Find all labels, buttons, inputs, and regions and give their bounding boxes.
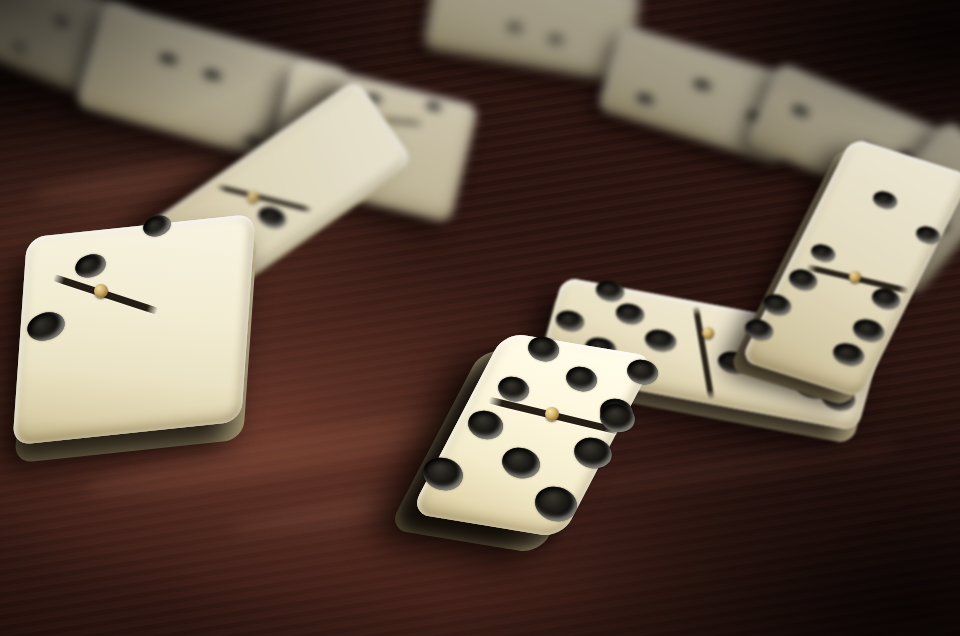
spinner-pin [247, 191, 259, 203]
domino-side-face [119, 89, 406, 332]
pip [563, 363, 599, 394]
domino-side-face [532, 290, 879, 445]
pip [202, 69, 223, 83]
wood-grain-streak [570, 435, 901, 501]
domino-c-receding [0, 0, 960, 636]
domino-slab [12, 213, 255, 445]
pip [594, 278, 626, 303]
divider-line [215, 184, 312, 213]
domino-slab [265, 61, 478, 223]
domino-slab [746, 62, 957, 218]
domino-bg-top-right-1 [0, 0, 960, 636]
domino-side-face [728, 147, 960, 408]
domino-a-open-end [0, 0, 960, 636]
pip [809, 242, 836, 264]
pip [554, 308, 586, 333]
pip [820, 384, 857, 413]
divider-line [488, 397, 619, 435]
pip [643, 327, 677, 354]
pip [499, 444, 543, 482]
domino-slab [597, 25, 806, 165]
pip [914, 224, 941, 246]
pip [495, 373, 531, 404]
vignette-overlay [0, 0, 960, 636]
pip [571, 434, 615, 472]
pip [716, 349, 750, 376]
pip [53, 15, 71, 29]
pip [870, 286, 903, 313]
domino-top-mid [0, 0, 960, 636]
pip [583, 335, 617, 362]
pip [746, 111, 767, 125]
pip [857, 144, 878, 160]
pip [871, 189, 898, 211]
pip [850, 317, 885, 346]
divider-line [53, 274, 159, 315]
pip [692, 79, 713, 93]
pip [744, 338, 776, 363]
domino-slab [410, 332, 657, 538]
pip [771, 356, 805, 383]
divider-line [344, 114, 424, 126]
pip [425, 101, 443, 113]
pip [790, 104, 811, 120]
pip [787, 267, 820, 294]
domino-bg-top-left-2 [0, 0, 960, 636]
domino-bg-top-left-1 [0, 0, 960, 636]
wood-grain-streak [30, 121, 451, 213]
spinner-pin [545, 407, 559, 421]
divider-line [693, 306, 715, 401]
pip [597, 400, 638, 436]
pip [12, 42, 28, 54]
pip [244, 136, 265, 150]
pip [614, 301, 646, 326]
domino-slab [127, 79, 414, 322]
pip [72, 251, 108, 281]
pip [930, 215, 950, 234]
pip [506, 23, 524, 34]
domino-e-double-five [0, 0, 960, 636]
domino-slab [740, 138, 960, 399]
wood-grain-streak [80, 390, 540, 509]
pip [255, 204, 288, 232]
spinner-pin [94, 284, 108, 298]
pip [624, 356, 660, 387]
domino-slab [0, 0, 137, 102]
domino-bg-right-edge [0, 0, 960, 636]
pip [913, 177, 933, 196]
domino-slab [76, 1, 348, 174]
pip [140, 212, 173, 240]
pip [743, 317, 776, 344]
domino-side-face [388, 348, 635, 554]
pip [531, 482, 580, 525]
pip [420, 454, 466, 495]
pip [196, 247, 232, 277]
pip [547, 35, 565, 46]
wood-grain-streak [230, 472, 530, 541]
pip [895, 150, 916, 166]
pip [465, 407, 506, 443]
pip [525, 333, 561, 364]
pip [761, 292, 794, 319]
pip [158, 53, 179, 67]
domino-slab [537, 277, 884, 432]
domino-f-riser [0, 0, 960, 636]
domino-bg-top-right-2 [0, 0, 960, 636]
pip [794, 372, 831, 401]
domino-b-diagonal [0, 0, 960, 636]
domino-d-foreground [0, 0, 960, 636]
divider-line [805, 264, 908, 294]
spinner-pin [702, 327, 714, 339]
photo-stage [0, 0, 960, 636]
pip [597, 395, 635, 428]
spinner-pin [380, 116, 388, 124]
pip [365, 93, 383, 105]
pip [24, 308, 68, 345]
pip [830, 341, 865, 370]
domino-slab [423, 0, 641, 83]
domino-slab [848, 119, 960, 297]
domino-side-face [14, 231, 257, 463]
pip [635, 93, 656, 107]
spinner-pin [849, 271, 861, 283]
